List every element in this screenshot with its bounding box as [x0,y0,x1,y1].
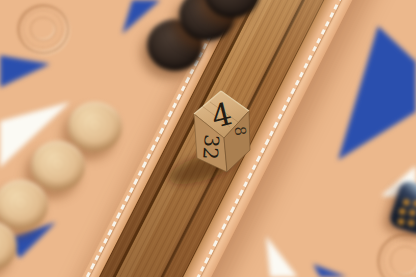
cube-value-left: 32 [198,134,224,161]
backgammon-photo: 4 32 8 [0,0,416,277]
doubling-cube[interactable]: 4 32 8 [0,0,416,277]
